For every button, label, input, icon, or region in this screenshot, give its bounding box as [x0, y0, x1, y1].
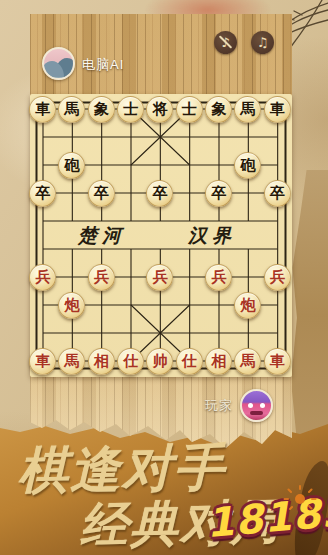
monster-eyes	[248, 403, 253, 408]
piece-black-卒[interactable]: 卒	[29, 180, 56, 207]
piece-red-兵[interactable]: 兵	[88, 264, 115, 291]
piece-black-馬[interactable]: 馬	[234, 96, 261, 123]
piece-glyph: 兵	[94, 270, 109, 285]
piece-red-炮[interactable]: 炮	[234, 292, 261, 319]
piece-glyph: 相	[211, 354, 226, 369]
piece-glyph: 仕	[182, 354, 197, 369]
piece-glyph: 炮	[64, 298, 79, 313]
piece-black-馬[interactable]: 馬	[58, 96, 85, 123]
piece-glyph: 車	[35, 354, 50, 369]
piece-black-士[interactable]: 士	[176, 96, 203, 123]
piece-black-象[interactable]: 象	[88, 96, 115, 123]
piece-glyph: 将	[152, 102, 167, 117]
piece-red-仕[interactable]: 仕	[117, 348, 144, 375]
piece-black-卒[interactable]: 卒	[264, 180, 291, 207]
piece-black-卒[interactable]: 卒	[205, 180, 232, 207]
piece-red-相[interactable]: 相	[205, 348, 232, 375]
piece-glyph: 馬	[64, 102, 79, 117]
piece-glyph: 卒	[270, 186, 285, 201]
piece-glyph: 帅	[152, 354, 167, 369]
piece-glyph: 士	[182, 102, 197, 117]
piece-glyph: 兵	[270, 270, 285, 285]
piece-glyph: 車	[270, 354, 285, 369]
piece-red-馬[interactable]: 馬	[58, 348, 85, 375]
piece-black-士[interactable]: 士	[117, 96, 144, 123]
piece-glyph: 相	[94, 354, 109, 369]
piece-red-兵[interactable]: 兵	[29, 264, 56, 291]
piece-glyph: 車	[35, 102, 50, 117]
piece-black-卒[interactable]: 卒	[88, 180, 115, 207]
piece-red-兵[interactable]: 兵	[264, 264, 291, 291]
piece-glyph: 馬	[240, 102, 255, 117]
piece-black-砲[interactable]: 砲	[234, 152, 261, 179]
player-name: 玩家	[205, 397, 233, 415]
piece-glyph: 士	[123, 102, 138, 117]
sun-doodle-icon	[280, 484, 318, 514]
piece-glyph: 卒	[152, 186, 167, 201]
piece-glyph: 仕	[123, 354, 138, 369]
piece-red-車[interactable]: 車	[29, 348, 56, 375]
piece-black-象[interactable]: 象	[205, 96, 232, 123]
piece-red-炮[interactable]: 炮	[58, 292, 85, 319]
piece-glyph: 卒	[211, 186, 226, 201]
player-avatar	[240, 389, 273, 422]
piece-red-相[interactable]: 相	[88, 348, 115, 375]
piece-black-将[interactable]: 将	[146, 96, 173, 123]
piece-glyph: 卒	[35, 186, 50, 201]
piece-glyph: 砲	[64, 158, 79, 173]
piece-red-馬[interactable]: 馬	[234, 348, 261, 375]
piece-glyph: 兵	[35, 270, 50, 285]
piece-black-車[interactable]: 車	[29, 96, 56, 123]
piece-red-仕[interactable]: 仕	[176, 348, 203, 375]
music-note-icon: ♫	[257, 36, 269, 49]
piece-glyph: 砲	[240, 158, 255, 173]
sound-off-button[interactable]: ♪	[214, 31, 237, 54]
piece-glyph: 象	[211, 102, 226, 117]
piece-black-砲[interactable]: 砲	[58, 152, 85, 179]
xiangqi-board[interactable]: 楚河 汉界 車馬象士将士象馬車砲砲卒卒卒卒卒兵兵兵兵兵炮炮車馬相仕帅仕相馬車	[30, 94, 292, 377]
app-screen: 棋逢对手 经典对局 电脑AI ♪ ♫ 楚河 汉界 車馬象士将士象馬車砲砲卒卒卒卒…	[0, 0, 328, 555]
pieces-layer: 車馬象士将士象馬車砲砲卒卒卒卒卒兵兵兵兵兵炮炮車馬相仕帅仕相馬車	[28, 95, 292, 375]
piece-black-卒[interactable]: 卒	[146, 180, 173, 207]
monster-mouth	[250, 411, 263, 415]
ink-wash-decoration	[291, 170, 328, 434]
piece-red-帅[interactable]: 帅	[146, 348, 173, 375]
piece-red-車[interactable]: 車	[264, 348, 291, 375]
piece-glyph: 炮	[240, 298, 255, 313]
piece-glyph: 馬	[64, 354, 79, 369]
piece-glyph: 車	[270, 102, 285, 117]
piece-glyph: 兵	[152, 270, 167, 285]
piece-glyph: 卒	[94, 186, 109, 201]
piece-red-兵[interactable]: 兵	[205, 264, 232, 291]
piece-glyph: 馬	[240, 354, 255, 369]
piece-black-車[interactable]: 車	[264, 96, 291, 123]
piece-red-兵[interactable]: 兵	[146, 264, 173, 291]
opponent-name: 电脑AI	[82, 56, 124, 74]
piece-glyph: 兵	[211, 270, 226, 285]
music-button[interactable]: ♫	[251, 31, 274, 54]
piece-glyph: 象	[94, 102, 109, 117]
opponent-avatar	[42, 47, 75, 80]
